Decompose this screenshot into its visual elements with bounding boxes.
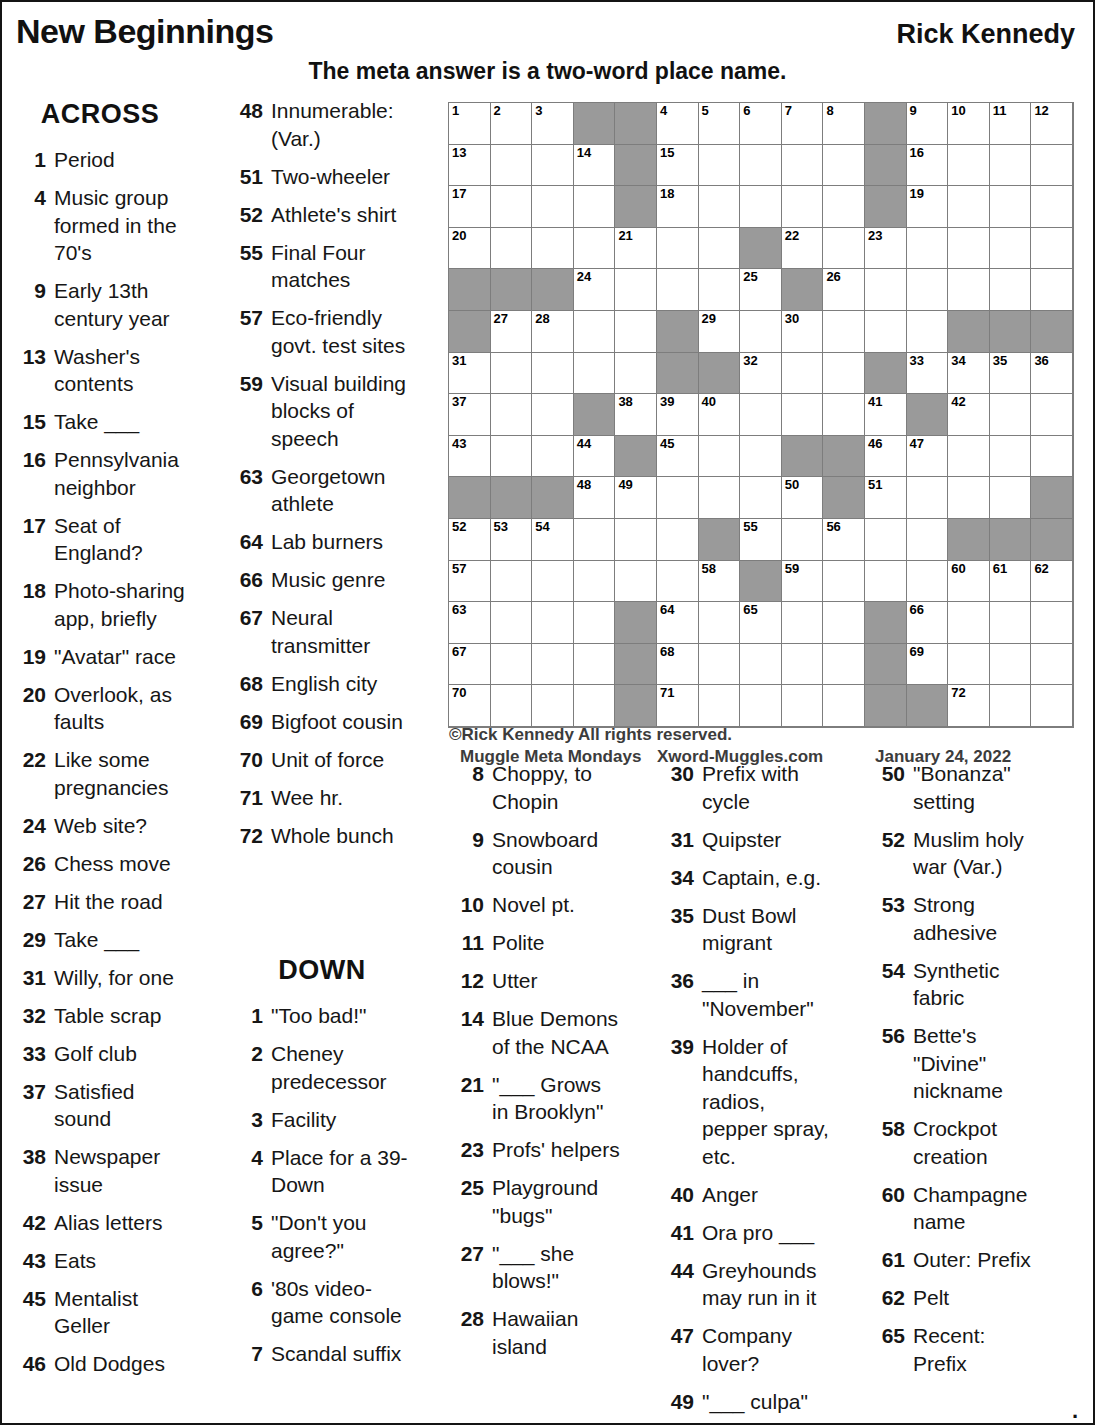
black-cell [491, 269, 533, 311]
white-cell[interactable] [907, 269, 949, 311]
white-cell[interactable] [782, 145, 824, 187]
white-cell[interactable]: 23 [865, 228, 907, 270]
white-cell[interactable]: 35 [990, 353, 1032, 395]
white-cell[interactable]: 44 [574, 436, 616, 478]
white-cell[interactable] [532, 602, 574, 644]
white-cell[interactable]: 39 [657, 394, 699, 436]
cell-number: 14 [577, 146, 591, 160]
white-cell[interactable] [491, 644, 533, 686]
white-cell[interactable]: 64 [657, 602, 699, 644]
white-cell[interactable]: 52 [449, 519, 491, 561]
clue-item: 62Pelt [875, 1284, 1037, 1312]
white-cell[interactable]: 55 [740, 519, 782, 561]
white-cell[interactable] [574, 186, 616, 228]
white-cell[interactable] [574, 519, 616, 561]
crossword-grid[interactable]: 1234567891011121314151617181920212223242… [448, 102, 1074, 728]
white-cell[interactable] [740, 186, 782, 228]
clue-text: Early 13th century year [54, 277, 188, 332]
clue-item: 43Eats [12, 1247, 188, 1275]
white-cell[interactable]: 7 [782, 103, 824, 145]
white-cell[interactable] [782, 186, 824, 228]
clue-item: 64Lab burners [229, 528, 415, 556]
white-cell[interactable] [907, 561, 949, 603]
clue-item: 69Bigfoot cousin [229, 708, 415, 736]
white-cell[interactable] [990, 644, 1032, 686]
white-cell[interactable] [1031, 602, 1073, 644]
clue-number: 30 [664, 760, 702, 815]
white-cell[interactable] [740, 145, 782, 187]
cell-number: 69 [910, 645, 924, 659]
cell-number: 30 [785, 312, 799, 326]
white-cell[interactable] [532, 228, 574, 270]
clue-text: Ora pro ___ [702, 1219, 836, 1247]
black-cell [865, 353, 907, 395]
white-cell[interactable]: 59 [782, 561, 824, 603]
white-cell[interactable] [491, 436, 533, 478]
white-cell[interactable]: 67 [449, 644, 491, 686]
across-clues-list-2: 48Innumerable: (Var.)51Two-wheeler52Athl… [229, 97, 415, 849]
white-cell[interactable] [574, 561, 616, 603]
black-cell [449, 269, 491, 311]
white-cell[interactable]: 34 [948, 353, 990, 395]
cell-number: 38 [618, 395, 632, 409]
white-cell[interactable] [699, 602, 741, 644]
white-cell[interactable]: 69 [907, 644, 949, 686]
black-cell [782, 269, 824, 311]
white-cell[interactable]: 37 [449, 394, 491, 436]
cell-number: 1 [452, 104, 459, 118]
white-cell[interactable] [823, 644, 865, 686]
white-cell[interactable]: 70 [449, 685, 491, 727]
white-cell[interactable] [907, 519, 949, 561]
white-cell[interactable] [657, 228, 699, 270]
clue-number: 37 [12, 1078, 54, 1133]
white-cell[interactable]: 28 [532, 311, 574, 353]
white-cell[interactable] [1031, 644, 1073, 686]
white-cell[interactable] [865, 311, 907, 353]
white-cell[interactable] [865, 269, 907, 311]
white-cell[interactable] [491, 685, 533, 727]
clue-item: 24Web site? [12, 812, 188, 840]
white-cell[interactable]: 12 [1031, 103, 1073, 145]
white-cell[interactable]: 60 [948, 561, 990, 603]
clue-text: Anger [702, 1181, 836, 1209]
white-cell[interactable] [574, 685, 616, 727]
cell-number: 39 [660, 395, 674, 409]
white-cell[interactable] [948, 436, 990, 478]
white-cell[interactable]: 8 [823, 103, 865, 145]
clue-text: Newspaper issue [54, 1143, 188, 1198]
clue-number: 63 [229, 463, 271, 518]
white-cell[interactable]: 61 [990, 561, 1032, 603]
clue-number: 58 [875, 1115, 913, 1170]
clue-text: Innumerable: (Var.) [271, 97, 415, 152]
white-cell[interactable] [615, 353, 657, 395]
clue-number: 9 [454, 826, 492, 881]
white-cell[interactable]: 11 [990, 103, 1032, 145]
white-cell[interactable] [574, 353, 616, 395]
white-cell[interactable] [948, 269, 990, 311]
clue-number: 48 [229, 97, 271, 152]
white-cell[interactable] [823, 602, 865, 644]
white-cell[interactable]: 17 [449, 186, 491, 228]
white-cell[interactable] [948, 186, 990, 228]
white-cell[interactable]: 19 [907, 186, 949, 228]
across-clues-column-1: ACROSS 1Period4Music group formed in the… [12, 99, 188, 1388]
white-cell[interactable] [491, 602, 533, 644]
white-cell[interactable]: 20 [449, 228, 491, 270]
white-cell[interactable] [1031, 394, 1073, 436]
white-cell[interactable] [990, 436, 1032, 478]
white-cell[interactable] [948, 477, 990, 519]
white-cell[interactable] [1031, 145, 1073, 187]
white-cell[interactable] [782, 644, 824, 686]
down-clues-column-3: 8Choppy, to Chopin9Snowboard cousin10Nov… [454, 760, 622, 1371]
white-cell[interactable] [865, 519, 907, 561]
clue-number: 14 [454, 1005, 492, 1060]
cell-number: 71 [660, 686, 674, 700]
white-cell[interactable] [615, 311, 657, 353]
clue-number: 28 [454, 1305, 492, 1360]
white-cell[interactable]: 43 [449, 436, 491, 478]
black-cell [740, 228, 782, 270]
clue-number: 42 [12, 1209, 54, 1237]
cell-number: 37 [452, 395, 466, 409]
cell-number: 51 [868, 478, 882, 492]
white-cell[interactable] [948, 228, 990, 270]
white-cell[interactable]: 48 [574, 477, 616, 519]
white-cell[interactable] [532, 685, 574, 727]
white-cell[interactable]: 62 [1031, 561, 1073, 603]
clue-text: Polite [492, 929, 622, 957]
white-cell[interactable] [1031, 269, 1073, 311]
cell-number: 68 [660, 645, 674, 659]
white-cell[interactable] [782, 685, 824, 727]
clue-text: Company lover? [702, 1322, 836, 1377]
white-cell[interactable] [699, 477, 741, 519]
white-cell[interactable]: 16 [907, 145, 949, 187]
white-cell[interactable]: 49 [615, 477, 657, 519]
white-cell[interactable]: 13 [449, 145, 491, 187]
white-cell[interactable] [823, 186, 865, 228]
white-cell[interactable]: 21 [615, 228, 657, 270]
clue-text: Choppy, to Chopin [492, 760, 622, 815]
white-cell[interactable] [491, 186, 533, 228]
white-cell[interactable] [1031, 436, 1073, 478]
white-cell[interactable]: 66 [907, 602, 949, 644]
clue-number: 34 [664, 864, 702, 892]
white-cell[interactable]: 30 [782, 311, 824, 353]
clue-text: Prefix with cycle [702, 760, 836, 815]
clue-item: 3Facility [229, 1106, 415, 1134]
white-cell[interactable] [491, 394, 533, 436]
white-cell[interactable]: 53 [491, 519, 533, 561]
white-cell[interactable] [948, 145, 990, 187]
white-cell[interactable] [532, 145, 574, 187]
white-cell[interactable] [907, 311, 949, 353]
clue-number: 54 [875, 957, 913, 1012]
clue-item: 17Seat of England? [12, 512, 188, 567]
white-cell[interactable]: 27 [491, 311, 533, 353]
white-cell[interactable]: 63 [449, 602, 491, 644]
clue-text: Playground "bugs" [492, 1174, 622, 1229]
clue-text: Greyhounds may run in it [702, 1257, 836, 1312]
clue-text: ___ in "November" [702, 967, 836, 1022]
white-cell[interactable] [990, 145, 1032, 187]
clue-number: 16 [12, 446, 54, 501]
clue-number: 50 [875, 760, 913, 815]
white-cell[interactable] [782, 519, 824, 561]
white-cell[interactable] [823, 394, 865, 436]
white-cell[interactable] [823, 561, 865, 603]
black-cell [1031, 311, 1073, 353]
white-cell[interactable]: 24 [574, 269, 616, 311]
cell-number: 47 [910, 437, 924, 451]
clue-text: "Bonanza" setting [913, 760, 1037, 815]
white-cell[interactable] [532, 561, 574, 603]
down-clues-block: DOWN 1"Too bad!"2Cheney predecessor3Faci… [229, 955, 415, 1378]
cell-number: 25 [743, 270, 757, 284]
white-cell[interactable]: 36 [1031, 353, 1073, 395]
cell-number: 43 [452, 437, 466, 451]
white-cell[interactable]: 31 [449, 353, 491, 395]
clue-number: 36 [664, 967, 702, 1022]
white-cell[interactable] [990, 186, 1032, 228]
white-cell[interactable]: 58 [699, 561, 741, 603]
white-cell[interactable] [740, 436, 782, 478]
clue-number: 69 [229, 708, 271, 736]
white-cell[interactable] [990, 228, 1032, 270]
white-cell[interactable] [615, 519, 657, 561]
cell-number: 56 [826, 520, 840, 534]
white-cell[interactable]: 3 [532, 103, 574, 145]
white-cell[interactable] [990, 477, 1032, 519]
white-cell[interactable]: 56 [823, 519, 865, 561]
clue-item: 60Champagne name [875, 1181, 1037, 1236]
white-cell[interactable]: 68 [657, 644, 699, 686]
clue-text: Final Four matches [271, 239, 415, 294]
white-cell[interactable] [699, 228, 741, 270]
white-cell[interactable] [491, 145, 533, 187]
white-cell[interactable] [990, 602, 1032, 644]
white-cell[interactable] [740, 311, 782, 353]
white-cell[interactable]: 65 [740, 602, 782, 644]
white-cell[interactable] [532, 644, 574, 686]
white-cell[interactable] [740, 644, 782, 686]
white-cell[interactable]: 54 [532, 519, 574, 561]
black-cell [657, 311, 699, 353]
white-cell[interactable]: 71 [657, 685, 699, 727]
white-cell[interactable] [990, 685, 1032, 727]
clue-item: 1"Too bad!" [229, 1002, 415, 1030]
white-cell[interactable]: 41 [865, 394, 907, 436]
white-cell[interactable]: 50 [782, 477, 824, 519]
white-cell[interactable] [657, 477, 699, 519]
cell-number: 46 [868, 437, 882, 451]
white-cell[interactable]: 47 [907, 436, 949, 478]
white-cell[interactable]: 4 [657, 103, 699, 145]
clue-text: Alias letters [54, 1209, 188, 1237]
white-cell[interactable] [1031, 228, 1073, 270]
white-cell[interactable] [948, 644, 990, 686]
white-cell[interactable] [740, 685, 782, 727]
white-cell[interactable] [823, 145, 865, 187]
white-cell[interactable] [907, 228, 949, 270]
black-cell [532, 477, 574, 519]
clue-item: 4Place for a 39-Down [229, 1144, 415, 1199]
white-cell[interactable] [948, 602, 990, 644]
clue-number: 64 [229, 528, 271, 556]
clue-number: 59 [229, 370, 271, 453]
clue-text: Blue Demons of the NCAA [492, 1005, 622, 1060]
white-cell[interactable] [657, 561, 699, 603]
clue-item: 54Synthetic fabric [875, 957, 1037, 1012]
clue-number: 15 [12, 408, 54, 436]
white-cell[interactable] [615, 269, 657, 311]
white-cell[interactable] [823, 311, 865, 353]
cell-number: 11 [993, 104, 1007, 118]
clue-number: 19 [12, 643, 54, 671]
white-cell[interactable]: 22 [782, 228, 824, 270]
clue-item: 31Willy, for one [12, 964, 188, 992]
clue-item: 51Two-wheeler [229, 163, 415, 191]
white-cell[interactable] [699, 269, 741, 311]
white-cell[interactable]: 38 [615, 394, 657, 436]
white-cell[interactable]: 29 [699, 311, 741, 353]
white-cell[interactable] [990, 394, 1032, 436]
clue-text: Facility [271, 1106, 415, 1134]
white-cell[interactable]: 26 [823, 269, 865, 311]
clue-text: Champagne name [913, 1181, 1037, 1236]
white-cell[interactable] [699, 186, 741, 228]
clue-item: 35Dust Bowl migrant [664, 902, 836, 957]
white-cell[interactable]: 51 [865, 477, 907, 519]
white-cell[interactable]: 1 [449, 103, 491, 145]
white-cell[interactable] [532, 394, 574, 436]
white-cell[interactable] [574, 602, 616, 644]
clue-text: Scandal suffix [271, 1340, 415, 1368]
white-cell[interactable]: 57 [449, 561, 491, 603]
white-cell[interactable]: 6 [740, 103, 782, 145]
clue-text: Visual building blocks of speech [271, 370, 415, 453]
white-cell[interactable] [907, 477, 949, 519]
clue-text: Holder of handcuffs, radios, pepper spra… [702, 1033, 836, 1171]
white-cell[interactable] [491, 561, 533, 603]
clue-number: 12 [454, 967, 492, 995]
white-cell[interactable] [740, 394, 782, 436]
across-header: ACROSS [12, 99, 188, 130]
white-cell[interactable]: 46 [865, 436, 907, 478]
clue-item: 28Hawaiian island [454, 1305, 622, 1360]
clue-text: Period [54, 146, 188, 174]
cell-number: 23 [868, 229, 882, 243]
clue-item: 71Wee hr. [229, 784, 415, 812]
white-cell[interactable] [782, 394, 824, 436]
white-cell[interactable] [574, 644, 616, 686]
white-cell[interactable] [823, 353, 865, 395]
black-cell [657, 353, 699, 395]
clue-number: 62 [875, 1284, 913, 1312]
white-cell[interactable]: 25 [740, 269, 782, 311]
clue-item: 53Strong adhesive [875, 891, 1037, 946]
cell-number: 4 [660, 104, 667, 118]
white-cell[interactable] [782, 353, 824, 395]
white-cell[interactable] [699, 436, 741, 478]
clue-text: "Too bad!" [271, 1002, 415, 1030]
white-cell[interactable] [657, 269, 699, 311]
white-cell[interactable]: 72 [948, 685, 990, 727]
white-cell[interactable] [574, 311, 616, 353]
cell-number: 55 [743, 520, 757, 534]
white-cell[interactable]: 15 [657, 145, 699, 187]
white-cell[interactable] [1031, 186, 1073, 228]
white-cell[interactable]: 32 [740, 353, 782, 395]
clue-item: 27"___ she blows!" [454, 1240, 622, 1295]
clue-item: 16Pennsylvania neighbor [12, 446, 188, 501]
white-cell[interactable]: 10 [948, 103, 990, 145]
white-cell[interactable] [740, 477, 782, 519]
cell-number: 48 [577, 478, 591, 492]
cell-number: 59 [785, 562, 799, 576]
clue-number: 65 [875, 1322, 913, 1377]
black-cell [740, 561, 782, 603]
white-cell[interactable] [491, 228, 533, 270]
cell-number: 34 [951, 354, 965, 368]
white-cell[interactable]: 33 [907, 353, 949, 395]
white-cell[interactable]: 9 [907, 103, 949, 145]
white-cell[interactable] [823, 685, 865, 727]
clue-item: 11Polite [454, 929, 622, 957]
white-cell[interactable] [990, 269, 1032, 311]
clue-item: 18Photo-sharing app, briefly [12, 577, 188, 632]
cell-number: 19 [910, 187, 924, 201]
white-cell[interactable] [699, 685, 741, 727]
white-cell[interactable] [532, 436, 574, 478]
cell-number: 32 [743, 354, 757, 368]
white-cell[interactable] [491, 353, 533, 395]
white-cell[interactable]: 18 [657, 186, 699, 228]
clue-item: 41Ora pro ___ [664, 1219, 836, 1247]
white-cell[interactable] [532, 353, 574, 395]
white-cell[interactable]: 5 [699, 103, 741, 145]
white-cell[interactable] [532, 186, 574, 228]
clue-number: 23 [454, 1136, 492, 1164]
clue-item: 33Golf club [12, 1040, 188, 1068]
white-cell[interactable]: 2 [491, 103, 533, 145]
white-cell[interactable] [699, 145, 741, 187]
clue-text: Bigfoot cousin [271, 708, 415, 736]
clue-item: 67Neural transmitter [229, 604, 415, 659]
white-cell[interactable] [782, 602, 824, 644]
clue-text: Hawaiian island [492, 1305, 622, 1360]
white-cell[interactable]: 14 [574, 145, 616, 187]
white-cell[interactable] [1031, 685, 1073, 727]
white-cell[interactable] [574, 228, 616, 270]
cell-number: 24 [577, 270, 591, 284]
white-cell[interactable] [657, 519, 699, 561]
clue-item: 1Period [12, 146, 188, 174]
white-cell[interactable] [615, 561, 657, 603]
white-cell[interactable] [865, 561, 907, 603]
white-cell[interactable] [823, 228, 865, 270]
white-cell[interactable]: 45 [657, 436, 699, 478]
clue-text: English city [271, 670, 415, 698]
white-cell[interactable] [699, 644, 741, 686]
white-cell[interactable]: 40 [699, 394, 741, 436]
clue-text: Cheney predecessor [271, 1040, 415, 1095]
meta-instruction: The meta answer is a two-word place name… [2, 58, 1093, 85]
white-cell[interactable]: 42 [948, 394, 990, 436]
